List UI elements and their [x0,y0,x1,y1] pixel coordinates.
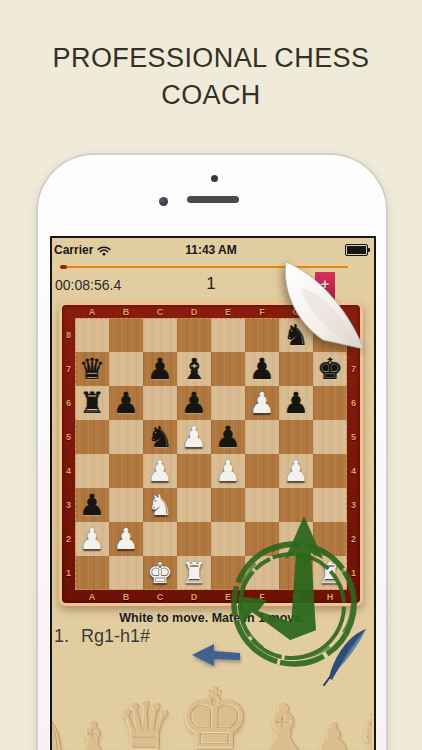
photo-piece-bishop: ♝ [254,696,311,750]
file-label-b: B [109,305,143,318]
file-label-a: A [75,305,109,318]
rank-label-7: 7 [347,352,360,386]
battery-icon [345,244,368,256]
square-a1[interactable] [75,556,109,590]
piece-black-pawn[interactable]: ♟ [181,386,207,420]
piece-white-pawn[interactable]: ♟ [113,522,139,556]
piece-white-pawn[interactable]: ♟ [181,420,207,454]
rank-label-1: 1 [62,556,75,590]
file-label-g: G [279,590,313,603]
square-g5[interactable] [279,420,313,454]
move-number-label: 1. [54,626,69,647]
square-c1[interactable]: ♚ [143,556,177,590]
square-g6[interactable]: ♟ [279,386,313,420]
undo-arrow-button[interactable] [190,642,242,668]
rank-label-1: 1 [347,556,360,590]
rank-label-2: 2 [62,522,75,556]
square-g2[interactable] [279,522,313,556]
progress-bar-elapsed [60,265,67,269]
square-b1[interactable] [109,556,143,590]
square-f7[interactable]: ♟ [245,352,279,386]
photo-piece-pawn: ♟ [315,718,353,750]
square-d8[interactable] [177,318,211,352]
square-d4[interactable] [177,454,211,488]
rank-label-6: 6 [62,386,75,420]
piece-white-pawn[interactable]: ♟ [249,386,275,420]
file-label-e: E [211,590,245,603]
file-label-b: B [109,590,143,603]
square-f2[interactable] [245,522,279,556]
rank-labels-right: 87654321 [347,318,360,590]
rank-labels-left: 87654321 [62,318,75,590]
piece-black-pawn[interactable]: ♟ [113,386,139,420]
square-d2[interactable] [177,522,211,556]
square-g3[interactable] [279,488,313,522]
square-b6[interactable]: ♟ [109,386,143,420]
file-label-e: E [211,305,245,318]
square-h2[interactable] [313,522,347,556]
square-b2[interactable]: ♟ [109,522,143,556]
square-e5[interactable]: ♟ [211,420,245,454]
square-g1[interactable] [279,556,313,590]
square-b4[interactable] [109,454,143,488]
move-list: 1. Rg1-h1# [54,626,150,647]
rank-label-4: 4 [62,454,75,488]
square-a2[interactable]: ♟ [75,522,109,556]
square-f5[interactable] [245,420,279,454]
square-h1[interactable]: ♜ [313,556,347,590]
square-g4[interactable]: ♟ [279,454,313,488]
square-h3[interactable] [313,488,347,522]
square-d3[interactable] [177,488,211,522]
square-a6[interactable]: ♜ [75,386,109,420]
clock-label: 11:43 AM [54,243,368,257]
piece-white-knight[interactable]: ♞ [147,488,173,522]
rank-label-5: 5 [62,420,75,454]
piece-white-pawn[interactable]: ♟ [147,454,173,488]
piece-black-bishop[interactable]: ♝ [181,352,207,386]
square-e3[interactable] [211,488,245,522]
photo-piece-queen: ♛ [116,694,175,750]
square-e7[interactable] [211,352,245,386]
piece-white-pawn[interactable]: ♟ [283,454,309,488]
square-c7[interactable]: ♟ [143,352,177,386]
speaker-grill [187,196,239,203]
photo-piece-king: ♚ [178,678,252,750]
square-b8[interactable] [109,318,143,352]
piece-black-pawn[interactable]: ♟ [147,352,173,386]
piece-black-pawn[interactable]: ♟ [79,488,105,522]
rank-label-6: 6 [347,386,360,420]
file-label-d: D [177,590,211,603]
square-c8[interactable] [143,318,177,352]
piece-black-king[interactable]: ♚ [317,352,343,386]
rank-label-7: 7 [62,352,75,386]
square-f3[interactable] [245,488,279,522]
square-h5[interactable] [313,420,347,454]
piece-black-pawn[interactable]: ♟ [249,352,275,386]
file-label-c: C [143,590,177,603]
square-c6[interactable] [143,386,177,420]
square-e2[interactable] [211,522,245,556]
app-title-line1: PROFESSIONAL CHESS [0,40,422,77]
photo-piece-knight: ♞ [52,702,70,750]
page-background: PROFESSIONAL CHESS COACH 11:43 AM Carrie… [0,0,422,750]
file-label-c: C [143,305,177,318]
square-c4[interactable]: ♟ [143,454,177,488]
page-curl[interactable] [268,256,370,356]
camera-icon [159,197,168,206]
square-e6[interactable] [211,386,245,420]
square-a5[interactable] [75,420,109,454]
photo-piece-knight: ♞ [355,704,372,750]
file-label-f: F [245,590,279,603]
proximity-sensor-icon [211,175,218,182]
square-b7[interactable] [109,352,143,386]
square-f4[interactable] [245,454,279,488]
photo-piece-bishop: ♝ [73,716,112,750]
puzzle-caption: White to move. Mate in 1 move. [59,611,365,625]
square-a3[interactable]: ♟ [75,488,109,522]
app-title: PROFESSIONAL CHESS COACH [0,40,422,114]
square-h7[interactable]: ♚ [313,352,347,386]
square-f1[interactable] [245,556,279,590]
square-a4[interactable] [75,454,109,488]
square-c2[interactable] [143,522,177,556]
piece-black-pawn[interactable]: ♟ [283,386,309,420]
rank-label-3: 3 [62,488,75,522]
rank-label-5: 5 [347,420,360,454]
square-e8[interactable] [211,318,245,352]
rank-label-3: 3 [347,488,360,522]
piece-white-pawn[interactable]: ♟ [215,454,241,488]
file-label-d: D [177,305,211,318]
square-e4[interactable]: ♟ [211,454,245,488]
square-d6[interactable]: ♟ [177,386,211,420]
square-b3[interactable] [109,488,143,522]
square-f6[interactable]: ♟ [245,386,279,420]
piece-black-rook[interactable]: ♜ [79,386,105,420]
square-c3[interactable]: ♞ [143,488,177,522]
square-c5[interactable]: ♞ [143,420,177,454]
square-h4[interactable] [313,454,347,488]
piece-white-rook[interactable]: ♜ [317,556,343,590]
piece-white-rook[interactable]: ♜ [181,556,207,590]
square-a8[interactable] [75,318,109,352]
file-label-h: H [313,590,347,603]
square-h6[interactable] [313,386,347,420]
piece-black-pawn[interactable]: ♟ [215,420,241,454]
move-text: Rg1-h1# [81,626,150,647]
square-e1[interactable] [211,556,245,590]
piece-white-king[interactable]: ♚ [147,556,173,590]
chess-pieces-photo: ♜♞♝♛♚♝♟♞♜ [52,676,372,750]
square-d7[interactable]: ♝ [177,352,211,386]
square-g7[interactable] [279,352,313,386]
square-d5[interactable]: ♟ [177,420,211,454]
piece-white-pawn[interactable]: ♟ [79,522,105,556]
piece-black-queen[interactable]: ♛ [79,352,105,386]
file-labels-bottom: ABCDEFGH [62,590,360,603]
file-label-a: A [75,590,109,603]
square-a7[interactable]: ♛ [75,352,109,386]
board-grid: ♞♛♟♝♟♚♜♟♟♟♟♞♟♟♟♟♟♟♞♟♟♚♜♜ [75,318,347,590]
app-title-line2: COACH [0,77,422,114]
rank-label-4: 4 [347,454,360,488]
square-b5[interactable] [109,420,143,454]
rank-label-8: 8 [62,318,75,352]
square-d1[interactable]: ♜ [177,556,211,590]
rank-label-2: 2 [347,522,360,556]
piece-black-knight[interactable]: ♞ [147,420,173,454]
